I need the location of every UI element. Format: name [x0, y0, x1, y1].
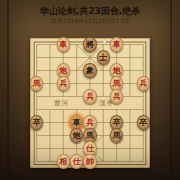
piece-glyph: 卒: [137, 115, 150, 129]
board-grid: 車將車士炮象炮馬兵馬兵兵兵卒車兵卒卒炮馬馬仕相仕帥: [30, 38, 150, 168]
river-label-chu: 楚河: [54, 99, 69, 107]
titlebar: 华山论剑,共23回合,绝杀 弈于2016年11月26日17:03: [0, 6, 180, 25]
last-move-marker: [103, 40, 106, 43]
piece-glyph: 馬: [110, 128, 123, 142]
piece-red-d1[interactable]: 仕: [70, 155, 83, 168]
game-date-subtitle: 弈于2016年11月26日17:03: [0, 17, 180, 25]
piece-black-d4[interactable]: 車: [70, 116, 83, 129]
piece-glyph: 兵: [57, 76, 70, 90]
piece-glyph: 兵: [137, 76, 150, 90]
piece-red-i7[interactable]: 兵: [137, 77, 150, 90]
piece-black-g3[interactable]: 馬: [110, 129, 123, 142]
piece-glyph: 車: [57, 37, 70, 51]
xiangqi-board[interactable]: 楚河 漢界 車將車士炮象炮馬兵馬兵兵兵卒車兵卒卒炮馬馬仕相仕帥: [30, 38, 150, 168]
piece-black-g4[interactable]: 卒: [110, 116, 123, 129]
piece-glyph: 卒: [30, 115, 43, 129]
wood-seam-left: [7, 0, 9, 180]
piece-black-f9[interactable]: 士: [97, 51, 110, 64]
piece-glyph: 將: [83, 37, 96, 51]
piece-black-e3[interactable]: 馬: [83, 129, 96, 142]
piece-red-g7[interactable]: 馬: [110, 77, 123, 90]
piece-glyph: 士: [97, 50, 110, 64]
piece-red-c8[interactable]: 炮: [57, 64, 70, 77]
piece-glyph: 仕: [70, 154, 83, 168]
wood-seam-right: [170, 0, 172, 180]
piece-red-e4[interactable]: 兵: [83, 116, 96, 129]
piece-red-g10[interactable]: 車: [110, 38, 123, 51]
piece-red-c1[interactable]: 相: [57, 155, 70, 168]
piece-red-g6[interactable]: 兵: [110, 90, 123, 103]
piece-red-c10[interactable]: 車: [57, 38, 70, 51]
piece-black-d3[interactable]: 炮: [70, 129, 83, 142]
game-result-title: 华山论剑,共23回合,绝杀: [0, 6, 180, 17]
piece-glyph: 兵: [83, 89, 96, 103]
piece-red-e2[interactable]: 仕: [83, 142, 96, 155]
piece-black-i4[interactable]: 卒: [137, 116, 150, 129]
piece-glyph: 帥: [83, 154, 96, 168]
piece-glyph: 象: [83, 63, 96, 77]
piece-red-c7[interactable]: 兵: [57, 77, 70, 90]
piece-red-e6[interactable]: 兵: [83, 90, 96, 103]
piece-glyph: 兵: [110, 89, 123, 103]
piece-glyph: 車: [110, 37, 123, 51]
piece-red-g8[interactable]: 炮: [110, 64, 123, 77]
piece-black-a4[interactable]: 卒: [30, 116, 43, 129]
piece-glyph: 馬: [30, 76, 43, 90]
piece-glyph: 炮: [70, 128, 83, 142]
piece-black-e10[interactable]: 將: [83, 38, 96, 51]
share-screenshot: 华山论剑,共23回合,绝杀 弈于2016年11月26日17:03 楚河 漢界 車…: [0, 0, 180, 180]
piece-red-e1[interactable]: 帥: [83, 155, 96, 168]
piece-black-e8[interactable]: 象: [83, 64, 96, 77]
piece-red-a7[interactable]: 馬: [30, 77, 43, 90]
piece-glyph: 相: [57, 154, 70, 168]
